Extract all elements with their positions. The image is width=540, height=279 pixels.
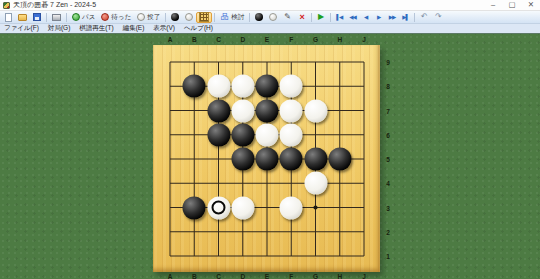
- menu-item-1[interactable]: 対局(G): [48, 24, 70, 33]
- pass-button-label: パス: [82, 13, 95, 22]
- star-point-G3: [313, 205, 317, 209]
- coord-label-top-H: H: [337, 36, 342, 43]
- desktop-area: AABBCCDDEEFFGGHHJJ987654321: [0, 34, 540, 279]
- nav-icon: ◀: [363, 12, 370, 22]
- close-button[interactable]: ✕: [526, 0, 536, 10]
- coord-label-bottom-F: F: [289, 273, 293, 279]
- stone-white-D7: [231, 99, 254, 122]
- stone-white-F6: [280, 123, 303, 146]
- coord-label-bottom-B: B: [192, 273, 197, 279]
- floppy-icon: [33, 13, 41, 21]
- open-file-button[interactable]: [15, 12, 30, 23]
- rotate-left-button[interactable]: ↶: [417, 12, 431, 23]
- stone-black-H5: [328, 148, 351, 171]
- stone-white-E6: [256, 123, 279, 146]
- coord-label-top-B: B: [192, 36, 197, 43]
- coord-label-right-4: 4: [386, 180, 390, 187]
- stone-white-D8: [231, 75, 254, 98]
- stone-black-D6: [231, 123, 254, 146]
- stone-white-F3: [280, 196, 303, 219]
- analysis-button[interactable]: 品検討: [217, 12, 247, 23]
- new-file-button[interactable]: [2, 12, 15, 23]
- delete-button[interactable]: ×: [295, 12, 309, 23]
- toolbar-separator: [165, 13, 166, 22]
- app-icon: [3, 2, 10, 9]
- toolbar-separator: [330, 13, 331, 22]
- undo-move-button[interactable]: 待った: [98, 12, 134, 23]
- nav-icon: ▶: [376, 12, 383, 22]
- stone-white-C3: [207, 196, 230, 219]
- print-button[interactable]: [49, 12, 64, 23]
- coord-label-right-3: 3: [386, 204, 390, 211]
- window-title: 天頂の囲碁 7 Zen - 2024-5: [13, 0, 96, 10]
- coord-label-top-J: J: [362, 36, 366, 43]
- black-stone-icon: [171, 13, 179, 21]
- stone-black-B3: [183, 196, 206, 219]
- red-x-icon: ×: [298, 12, 306, 22]
- coord-label-right-9: 9: [386, 59, 390, 66]
- nav-gray-icon: ↶: [420, 12, 428, 22]
- menu-item-3[interactable]: 編集(E): [123, 24, 145, 33]
- stone-white-D3: [231, 196, 254, 219]
- coord-label-bottom-E: E: [265, 273, 269, 279]
- toolbar-separator: [311, 13, 312, 22]
- coord-label-bottom-C: C: [216, 273, 221, 279]
- resign-button-label: 投了: [147, 13, 160, 22]
- white-stone-toggle[interactable]: [182, 12, 196, 23]
- menu-item-5[interactable]: ヘルプ(H): [184, 24, 213, 33]
- nav-icon: ▌◀: [336, 12, 343, 22]
- next-move-button[interactable]: ▶: [373, 12, 386, 23]
- coord-label-bottom-H: H: [337, 273, 342, 279]
- nav-icon: ▶▌: [402, 12, 409, 22]
- last-move-marker: [212, 201, 226, 215]
- coord-label-top-C: C: [216, 36, 221, 43]
- rewind-button[interactable]: ◀◀: [346, 12, 359, 23]
- coord-label-right-6: 6: [386, 131, 390, 138]
- stone-black-F5: [280, 148, 303, 171]
- toolbar-separator: [249, 13, 250, 22]
- undo-move-button-label: 待った: [111, 13, 131, 22]
- doc-icon: [5, 13, 12, 22]
- black-stone-icon: [255, 13, 263, 21]
- green-dot-icon: [72, 13, 80, 21]
- play-icon: ▶: [317, 12, 325, 22]
- stone-black-C7: [207, 99, 230, 122]
- white-stone-icon: [185, 13, 193, 21]
- red-dot-icon: [101, 13, 109, 21]
- toolbar-separator: [214, 13, 215, 22]
- coord-label-right-8: 8: [386, 83, 390, 90]
- nav-gray-icon: ↷: [434, 12, 442, 22]
- toolbar-separator: [66, 13, 67, 22]
- maximize-button[interactable]: ▢: [507, 0, 517, 10]
- title-bar: 天頂の囲碁 7 Zen - 2024-5 –▢✕: [0, 0, 540, 11]
- stone-black-E8: [256, 75, 279, 98]
- pass-button[interactable]: パス: [69, 12, 98, 23]
- coord-label-right-1: 1: [386, 253, 390, 260]
- minimize-button[interactable]: –: [488, 0, 498, 10]
- stone-black-E7: [256, 99, 279, 122]
- stone-black-D5: [231, 148, 254, 171]
- menu-item-4[interactable]: 表示(V): [153, 24, 175, 33]
- stone-black-C6: [207, 123, 230, 146]
- stone-black-G5: [304, 148, 327, 171]
- toolbar-separator: [46, 13, 47, 22]
- pencil-icon: ✎: [283, 12, 292, 22]
- coord-label-bottom-J: J: [362, 273, 366, 279]
- coord-label-top-E: E: [265, 36, 269, 43]
- white-stone-icon: [269, 13, 277, 21]
- white-dot-icon: [137, 13, 145, 21]
- coord-label-bottom-G: G: [313, 273, 318, 279]
- coord-label-top-G: G: [313, 36, 318, 43]
- toolbar-separator: [414, 13, 415, 22]
- analysis-button-label: 検討: [231, 13, 244, 22]
- coord-label-right-7: 7: [386, 107, 390, 114]
- coord-label-top-D: D: [240, 36, 245, 43]
- stone-white-F7: [280, 99, 303, 122]
- coord-label-top-A: A: [168, 36, 173, 43]
- play-black-button[interactable]: [252, 12, 266, 23]
- menu-bar: ファイル(F)対局(G)棋譜再生(T)編集(E)表示(V)ヘルプ(H): [0, 24, 540, 34]
- fast-forward-button[interactable]: ▶▶: [386, 12, 399, 23]
- stone-black-B8: [183, 75, 206, 98]
- coord-label-top-F: F: [289, 36, 293, 43]
- stone-white-F8: [280, 75, 303, 98]
- coord-label-right-5: 5: [386, 156, 390, 163]
- edit-button[interactable]: ✎: [280, 12, 295, 23]
- last-move-button[interactable]: ▶▌: [399, 12, 412, 23]
- folder-icon: [18, 14, 27, 21]
- play-white-button[interactable]: [266, 12, 280, 23]
- stone-white-G4: [304, 172, 327, 195]
- board-icon: [199, 12, 209, 22]
- board-view-toggle[interactable]: [196, 12, 212, 23]
- first-move-button[interactable]: ▌◀: [333, 12, 346, 23]
- coord-label-right-2: 2: [386, 228, 390, 235]
- save-button[interactable]: [30, 12, 44, 23]
- nav-icon: ▶▶: [389, 12, 396, 22]
- stone-black-E5: [256, 148, 279, 171]
- printer-icon: [52, 14, 61, 21]
- resign-button[interactable]: 投了: [134, 12, 163, 23]
- window-controls: –▢✕: [488, 0, 536, 10]
- stone-white-C8: [207, 75, 230, 98]
- app-window: 天頂の囲碁 7 Zen - 2024-5 –▢✕ パス待った投了品検討✎×▶▌◀…: [0, 0, 540, 279]
- prev-move-button[interactable]: ◀: [360, 12, 373, 23]
- toolbar: パス待った投了品検討✎×▶▌◀◀◀◀▶▶▶▶▌↶↷: [0, 11, 540, 24]
- tree-icon: 品: [220, 12, 229, 22]
- auto-play-button[interactable]: ▶: [314, 12, 328, 23]
- black-stone-toggle[interactable]: [168, 12, 182, 23]
- menu-item-2[interactable]: 棋譜再生(T): [79, 24, 113, 33]
- menu-item-0[interactable]: ファイル(F): [4, 24, 39, 33]
- rotate-right-button[interactable]: ↷: [431, 12, 445, 23]
- coord-label-bottom-A: A: [168, 273, 173, 279]
- nav-icon: ◀◀: [349, 12, 356, 22]
- coord-label-bottom-D: D: [240, 273, 245, 279]
- stone-white-G7: [304, 99, 327, 122]
